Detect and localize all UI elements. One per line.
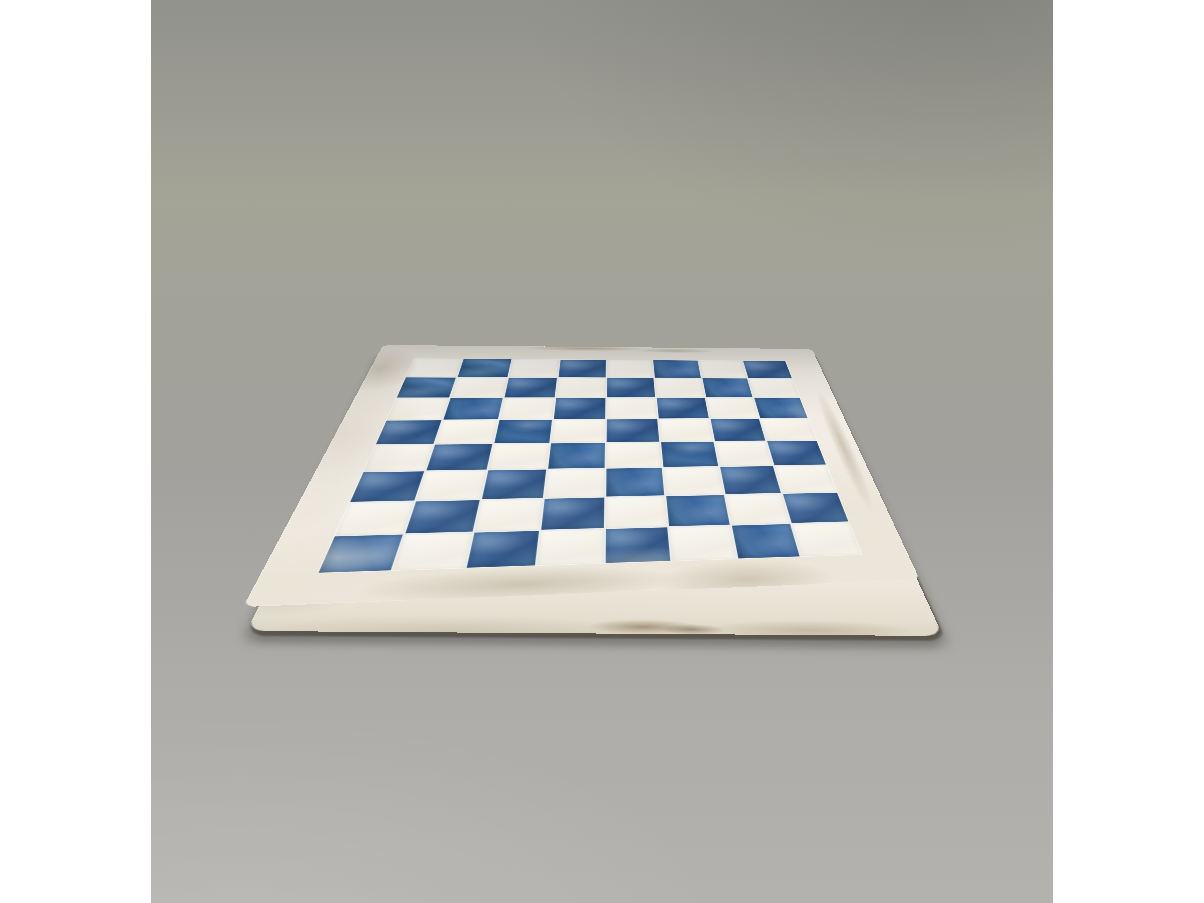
- square-d6: [554, 398, 606, 419]
- page: [0, 0, 1204, 903]
- square-h3: [774, 465, 836, 492]
- square-a5: [376, 420, 442, 444]
- square-g2: [725, 494, 789, 525]
- square-b3: [417, 471, 486, 501]
- square-c5: [494, 420, 552, 444]
- square-d1: [537, 529, 604, 565]
- square-b5: [436, 420, 498, 444]
- square-b2: [406, 500, 480, 533]
- square-a2: [335, 501, 414, 535]
- square-g7: [702, 378, 752, 397]
- square-d2: [541, 497, 604, 529]
- square-g8: [699, 361, 747, 378]
- square-c1: [466, 531, 539, 568]
- square-a1: [318, 534, 403, 572]
- square-c6: [499, 398, 554, 419]
- square-c7: [504, 378, 557, 397]
- square-d3: [545, 469, 605, 498]
- square-h2: [783, 492, 849, 522]
- square-f5: [659, 419, 713, 442]
- square-h8: [743, 361, 792, 378]
- chessboard: [243, 345, 920, 607]
- square-a6: [387, 398, 449, 420]
- square-c3: [481, 470, 545, 499]
- square-e5: [607, 419, 660, 442]
- square-h5: [760, 418, 816, 440]
- square-e6: [607, 398, 657, 419]
- square-b6: [444, 398, 503, 420]
- square-b7: [451, 378, 507, 398]
- square-b4: [427, 444, 492, 471]
- square-h1: [792, 522, 862, 556]
- square-e4: [606, 442, 661, 468]
- photo-backdrop: [151, 0, 1053, 903]
- square-c8: [509, 359, 559, 377]
- square-g4: [715, 441, 773, 466]
- square-f6: [657, 398, 708, 419]
- square-g1: [731, 524, 799, 559]
- square-f8: [653, 360, 700, 378]
- square-g6: [706, 398, 758, 418]
- square-h4: [767, 441, 826, 466]
- square-a4: [364, 445, 434, 472]
- square-d4: [548, 443, 605, 469]
- square-f7: [655, 378, 704, 397]
- square-f1: [669, 526, 735, 561]
- square-b8: [458, 359, 511, 377]
- playing-area: [318, 359, 861, 573]
- square-c4: [488, 443, 549, 469]
- square-f3: [664, 467, 723, 495]
- square-g3: [720, 466, 781, 494]
- square-d8: [558, 360, 605, 378]
- square-a7: [397, 377, 456, 397]
- square-a8: [406, 359, 462, 377]
- square-d5: [551, 419, 605, 442]
- square-h6: [754, 398, 807, 418]
- square-d7: [556, 378, 606, 397]
- square-e8: [607, 360, 653, 378]
- square-g5: [710, 419, 765, 441]
- square-e7: [607, 378, 655, 397]
- square-e2: [606, 496, 667, 528]
- square-f2: [666, 495, 729, 526]
- square-a3: [350, 471, 424, 501]
- square-b1: [393, 533, 471, 571]
- square-f4: [661, 442, 718, 467]
- square-c2: [474, 499, 542, 532]
- square-e1: [606, 527, 671, 563]
- square-e3: [606, 468, 664, 496]
- square-h7: [748, 379, 799, 398]
